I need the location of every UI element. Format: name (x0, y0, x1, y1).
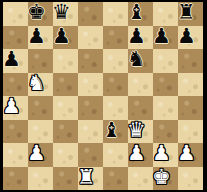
piece-black-rook[interactable]: ♜ (177, 2, 196, 23)
square-a4[interactable]: ♟ (3, 96, 28, 120)
piece-black-queen[interactable]: ♛ (52, 2, 71, 23)
square-a8[interactable] (3, 2, 28, 26)
square-a1[interactable] (3, 167, 28, 191)
square-c4[interactable] (53, 96, 78, 120)
piece-white-pawn[interactable]: ♟ (127, 143, 146, 164)
square-h1[interactable] (178, 167, 203, 191)
square-d8[interactable] (78, 2, 103, 26)
square-a6[interactable]: ♟ (3, 49, 28, 73)
piece-white-pawn[interactable]: ♟ (2, 96, 21, 117)
square-g6[interactable] (153, 49, 178, 73)
piece-white-pawn[interactable]: ♟ (27, 143, 46, 164)
square-e7[interactable] (103, 26, 128, 50)
square-g3[interactable] (153, 120, 178, 144)
square-f5[interactable] (128, 73, 153, 97)
square-d5[interactable] (78, 73, 103, 97)
piece-white-rook[interactable]: ♜ (77, 167, 96, 188)
square-h6[interactable] (178, 49, 203, 73)
square-g4[interactable] (153, 96, 178, 120)
square-b5[interactable]: ♞ (28, 73, 53, 97)
square-c2[interactable] (53, 143, 78, 167)
square-e2[interactable] (103, 143, 128, 167)
square-g5[interactable] (153, 73, 178, 97)
piece-black-pawn[interactable]: ♟ (127, 26, 146, 47)
square-g8[interactable] (153, 2, 178, 26)
square-h2[interactable]: ♟ (178, 143, 203, 167)
square-h3[interactable] (178, 120, 203, 144)
square-f4[interactable] (128, 96, 153, 120)
piece-black-bishop[interactable]: ♝ (102, 120, 121, 141)
piece-white-pawn[interactable]: ♟ (152, 143, 171, 164)
square-h5[interactable] (178, 73, 203, 97)
piece-white-king[interactable]: ♚ (152, 167, 171, 188)
square-c3[interactable] (53, 120, 78, 144)
square-b7[interactable]: ♟ (28, 26, 53, 50)
piece-black-pawn[interactable]: ♟ (2, 49, 21, 70)
piece-black-bishop[interactable]: ♝ (127, 2, 146, 23)
square-h8[interactable]: ♜ (178, 2, 203, 26)
square-h4[interactable] (178, 96, 203, 120)
square-e4[interactable] (103, 96, 128, 120)
piece-black-king[interactable]: ♚ (27, 2, 46, 23)
square-d3[interactable] (78, 120, 103, 144)
piece-white-queen[interactable]: ♛ (127, 120, 146, 141)
square-f6[interactable]: ♞ (128, 49, 153, 73)
square-b1[interactable] (28, 167, 53, 191)
square-h7[interactable]: ♟ (178, 26, 203, 50)
piece-white-pawn[interactable]: ♟ (177, 143, 196, 164)
square-d4[interactable] (78, 96, 103, 120)
square-d1[interactable]: ♜ (78, 167, 103, 191)
square-e1[interactable] (103, 167, 128, 191)
square-c6[interactable] (53, 49, 78, 73)
piece-black-pawn[interactable]: ♟ (27, 26, 46, 47)
square-e5[interactable] (103, 73, 128, 97)
piece-black-knight[interactable]: ♞ (127, 49, 146, 70)
square-g7[interactable]: ♟ (153, 26, 178, 50)
square-b3[interactable] (28, 120, 53, 144)
chess-app-window: ♚♛♝♜♟♟♟♟♟♟♞♞♟♝♛♟♟♟♟♜♚ (0, 0, 207, 192)
square-f2[interactable]: ♟ (128, 143, 153, 167)
square-c1[interactable] (53, 167, 78, 191)
square-g2[interactable]: ♟ (153, 143, 178, 167)
square-c8[interactable]: ♛ (53, 2, 78, 26)
square-a5[interactable] (3, 73, 28, 97)
piece-black-pawn[interactable]: ♟ (52, 26, 71, 47)
square-c7[interactable]: ♟ (53, 26, 78, 50)
square-c5[interactable] (53, 73, 78, 97)
square-b6[interactable] (28, 49, 53, 73)
piece-white-knight[interactable]: ♞ (27, 73, 46, 94)
square-f3[interactable]: ♛ (128, 120, 153, 144)
square-d2[interactable] (78, 143, 103, 167)
square-b2[interactable]: ♟ (28, 143, 53, 167)
piece-black-pawn[interactable]: ♟ (177, 26, 196, 47)
square-d7[interactable] (78, 26, 103, 50)
square-f1[interactable] (128, 167, 153, 191)
square-a7[interactable] (3, 26, 28, 50)
square-f7[interactable]: ♟ (128, 26, 153, 50)
square-e3[interactable]: ♝ (103, 120, 128, 144)
square-a3[interactable] (3, 120, 28, 144)
square-g1[interactable]: ♚ (153, 167, 178, 191)
square-a2[interactable] (3, 143, 28, 167)
square-f8[interactable]: ♝ (128, 2, 153, 26)
square-b8[interactable]: ♚ (28, 2, 53, 26)
square-e6[interactable] (103, 49, 128, 73)
chess-board: ♚♛♝♜♟♟♟♟♟♟♞♞♟♝♛♟♟♟♟♜♚ (3, 2, 203, 190)
piece-black-pawn[interactable]: ♟ (152, 26, 171, 47)
square-d6[interactable] (78, 49, 103, 73)
square-e8[interactable] (103, 2, 128, 26)
square-b4[interactable] (28, 96, 53, 120)
